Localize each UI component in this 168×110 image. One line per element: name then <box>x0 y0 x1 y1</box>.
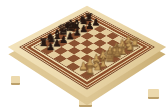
piece-white-pawn: ♟ <box>109 42 123 52</box>
square-h1: ♜ <box>126 43 139 51</box>
square-e8: ♚ <box>62 29 75 36</box>
square-e5 <box>81 40 94 47</box>
square-b7: ♟ <box>48 43 61 51</box>
square-b8: ♞ <box>42 40 55 47</box>
square-h8: ♜ <box>81 19 93 26</box>
square-h3 <box>113 36 126 43</box>
piece-white-rook: ♜ <box>129 37 143 48</box>
square-d7: ♟ <box>61 36 74 43</box>
square-f1: ♝ <box>114 51 127 59</box>
square-a8: ♜ <box>35 43 48 51</box>
outer-inlay-line: ♜♞♝♛♚♝♞♜♟♟♟♟♟♟♟♟♟♟♟♟♟♟♟♟♜♞♝♛♚♝♞♜ <box>19 11 155 89</box>
square-c8: ♝ <box>48 36 61 43</box>
square-f7: ♟ <box>74 29 87 36</box>
square-g1: ♞ <box>120 47 133 55</box>
border-band: ♜♞♝♛♚♝♞♜♟♟♟♟♟♟♟♟♟♟♟♟♟♟♟♟♜♞♝♛♚♝♞♜ <box>22 13 152 88</box>
piece-black-pawn: ♟ <box>70 28 84 38</box>
square-h2: ♟ <box>119 40 132 47</box>
piece-black-pawn: ♟ <box>57 35 71 45</box>
square-f5 <box>87 36 100 43</box>
inner-inlay-line: ♜♞♝♛♚♝♞♜♟♟♟♟♟♟♟♟♟♟♟♟♟♟♟♟♜♞♝♛♚♝♞♜ <box>33 18 140 80</box>
chessboard-grid: ♜♞♝♛♚♝♞♜♟♟♟♟♟♟♟♟♟♟♟♟♟♟♟♟♜♞♝♛♚♝♞♜ <box>35 19 140 79</box>
square-d8: ♛ <box>55 32 68 39</box>
piece-black-knight: ♞ <box>44 32 58 44</box>
square-d6 <box>68 40 81 47</box>
piece-black-pawn: ♟ <box>63 31 77 41</box>
square-c6 <box>61 43 74 51</box>
square-g5 <box>93 32 106 39</box>
piece-black-bishop: ♝ <box>50 28 64 41</box>
square-h6 <box>93 26 106 33</box>
square-g2: ♟ <box>113 43 126 51</box>
piece-black-pawn: ♟ <box>89 17 102 27</box>
square-g3 <box>106 40 119 47</box>
piece-black-bishop: ♝ <box>70 18 83 31</box>
piece-black-pawn: ♟ <box>76 24 90 34</box>
square-g8: ♞ <box>75 22 87 29</box>
chess-box-scene: ♜♞♝♛♚♝♞♜♟♟♟♟♟♟♟♟♟♟♟♟♟♟♟♟♜♞♝♛♚♝♞♜ <box>0 0 168 110</box>
square-g7: ♟ <box>81 26 94 33</box>
square-h7: ♟ <box>87 22 99 29</box>
piece-black-pawn: ♟ <box>83 21 96 31</box>
square-g6 <box>87 29 100 36</box>
square-h5 <box>100 29 113 36</box>
square-c7: ♟ <box>55 40 68 47</box>
square-e7: ♟ <box>68 32 81 39</box>
piece-black-rook: ♜ <box>37 37 51 48</box>
chess-box-top: ♜♞♝♛♚♝♞♜♟♟♟♟♟♟♟♟♟♟♟♟♟♟♟♟♜♞♝♛♚♝♞♜ <box>8 6 166 98</box>
piece-black-queen: ♛ <box>57 23 71 38</box>
piece-black-king: ♚ <box>64 18 78 34</box>
piece-white-pawn: ♟ <box>122 35 136 45</box>
product-photo-stage: ♜♞♝♛♚♝♞♜♟♟♟♟♟♟♟♟♟♟♟♟♟♟♟♟♜♞♝♛♚♝♞♜ <box>0 0 168 110</box>
piece-black-rook: ♜ <box>83 13 96 23</box>
piece-white-knight: ♞ <box>122 40 136 53</box>
square-f3 <box>100 43 113 51</box>
square-e6 <box>74 36 87 43</box>
square-g4 <box>100 36 113 43</box>
square-f6 <box>81 32 94 39</box>
square-d5 <box>74 43 87 51</box>
piece-black-knight: ♞ <box>77 15 90 27</box>
square-f8: ♝ <box>68 26 81 33</box>
square-h4 <box>106 32 119 39</box>
square-f4 <box>93 40 106 47</box>
